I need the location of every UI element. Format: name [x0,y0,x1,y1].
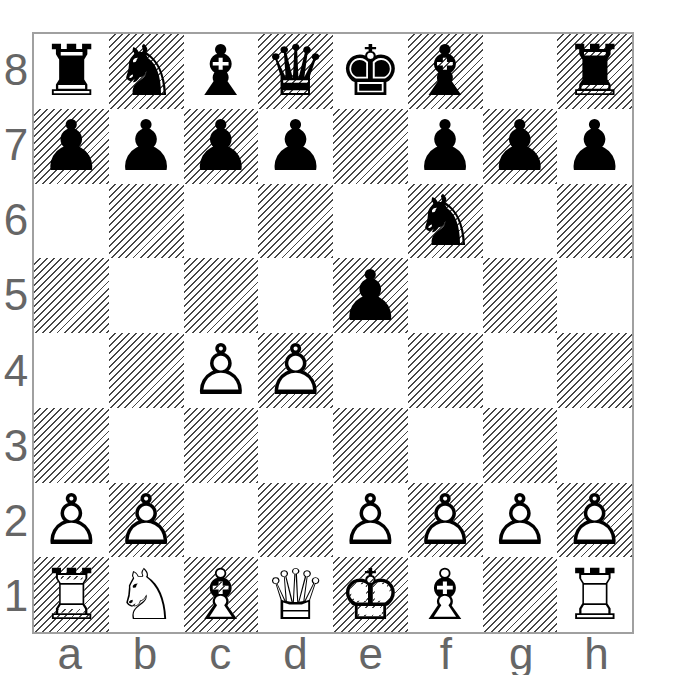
piece-white-pawn: ♙ [34,483,109,558]
piece-white-rook: ♖ [34,557,109,632]
square-a7[interactable]: ♟ [34,109,109,184]
square-f6[interactable]: ♞ [408,184,483,259]
square-b1[interactable]: ♞♘ [109,557,184,632]
file-labels: abcdefgh [32,632,634,675]
rank-label-1: 1 [0,559,32,634]
piece-white-pawn: ♙ [333,483,408,558]
square-b5[interactable] [109,258,184,333]
piece-white-pawn-fill: ♟ [109,483,184,558]
rank-labels: 87654321 [0,32,32,634]
square-f2[interactable]: ♟♙ [408,483,483,558]
piece-white-pawn: ♙ [109,483,184,558]
square-g7[interactable]: ♟ [483,109,558,184]
square-d6[interactable] [258,184,333,259]
piece-black-rook: ♜ [34,34,109,109]
square-c4[interactable]: ♟♙ [184,333,259,408]
piece-black-pawn: ♟ [483,109,558,184]
square-f5[interactable] [408,258,483,333]
piece-white-pawn: ♙ [557,483,632,558]
file-label-h: h [559,632,634,675]
square-c7[interactable]: ♟ [184,109,259,184]
piece-white-bishop-fill: ♝ [184,557,259,632]
square-a3[interactable] [34,408,109,483]
square-e3[interactable] [333,408,408,483]
square-g5[interactable] [483,258,558,333]
piece-white-knight: ♘ [109,557,184,632]
square-f4[interactable] [408,333,483,408]
file-label-a: a [32,632,107,675]
square-h7[interactable]: ♟ [557,109,632,184]
chess-diagram: 87654321 ♜♞♝♛♚♝♜♟♟♟♟♟♟♟♞♟♟♙♟♙♟♙♟♙♟♙♟♙♟♙♟… [0,0,673,675]
piece-white-pawn-fill: ♟ [557,483,632,558]
square-g6[interactable] [483,184,558,259]
piece-white-pawn-fill: ♟ [258,333,333,408]
piece-white-bishop: ♗ [408,557,483,632]
square-f1[interactable]: ♝♗ [408,557,483,632]
square-e5[interactable]: ♟ [333,258,408,333]
rank-label-7: 7 [0,107,32,182]
piece-black-knight: ♞ [408,184,483,259]
piece-white-pawn-fill: ♟ [483,483,558,558]
square-a2[interactable]: ♟♙ [34,483,109,558]
square-c8[interactable]: ♝ [184,34,259,109]
square-c5[interactable] [184,258,259,333]
piece-white-pawn: ♙ [483,483,558,558]
piece-white-rook-fill: ♜ [34,557,109,632]
piece-white-king-fill: ♚ [333,557,408,632]
piece-white-queen-fill: ♛ [258,557,333,632]
piece-white-pawn-fill: ♟ [34,483,109,558]
square-g8[interactable] [483,34,558,109]
piece-white-king: ♔ [333,557,408,632]
square-e2[interactable]: ♟♙ [333,483,408,558]
piece-white-pawn: ♙ [408,483,483,558]
piece-white-pawn-fill: ♟ [408,483,483,558]
square-a1[interactable]: ♜♖ [34,557,109,632]
file-label-c: c [183,632,258,675]
square-g2[interactable]: ♟♙ [483,483,558,558]
square-e7[interactable] [333,109,408,184]
square-f7[interactable]: ♟ [408,109,483,184]
square-b8[interactable]: ♞ [109,34,184,109]
square-d5[interactable] [258,258,333,333]
square-h5[interactable] [557,258,632,333]
piece-black-pawn: ♟ [333,258,408,333]
piece-black-king: ♚ [333,34,408,109]
piece-black-pawn: ♟ [408,109,483,184]
piece-black-pawn: ♟ [109,109,184,184]
square-a6[interactable] [34,184,109,259]
rank-label-8: 8 [0,32,32,107]
piece-white-pawn: ♙ [184,333,259,408]
piece-white-pawn-fill: ♟ [333,483,408,558]
piece-white-bishop-fill: ♝ [408,557,483,632]
square-e8[interactable]: ♚ [333,34,408,109]
square-g1[interactable] [483,557,558,632]
square-g3[interactable] [483,408,558,483]
square-a8[interactable]: ♜ [34,34,109,109]
piece-white-pawn-fill: ♟ [184,333,259,408]
piece-black-queen: ♛ [258,34,333,109]
square-f3[interactable] [408,408,483,483]
file-label-d: d [258,632,333,675]
square-h4[interactable] [557,333,632,408]
square-e4[interactable] [333,333,408,408]
square-d4[interactable]: ♟♙ [258,333,333,408]
square-e1[interactable]: ♚♔ [333,557,408,632]
square-d1[interactable]: ♛♕ [258,557,333,632]
file-label-g: g [484,632,559,675]
square-a4[interactable] [34,333,109,408]
square-c6[interactable] [184,184,259,259]
piece-white-rook-fill: ♜ [557,557,632,632]
rank-label-5: 5 [0,258,32,333]
piece-black-pawn: ♟ [557,109,632,184]
square-h3[interactable] [557,408,632,483]
square-h6[interactable] [557,184,632,259]
piece-black-bishop: ♝ [184,34,259,109]
square-b3[interactable] [109,408,184,483]
rank-label-2: 2 [0,484,32,559]
square-f8[interactable]: ♝ [408,34,483,109]
piece-black-pawn: ♟ [184,109,259,184]
square-h8[interactable]: ♜ [557,34,632,109]
square-c3[interactable] [184,408,259,483]
file-label-b: b [107,632,182,675]
file-label-e: e [333,632,408,675]
piece-white-queen: ♕ [258,557,333,632]
square-d7[interactable]: ♟ [258,109,333,184]
rank-label-6: 6 [0,183,32,258]
square-d8[interactable]: ♛ [258,34,333,109]
square-d3[interactable] [258,408,333,483]
chess-board: ♜♞♝♛♚♝♜♟♟♟♟♟♟♟♞♟♟♙♟♙♟♙♟♙♟♙♟♙♟♙♟♙♜♖♞♘♝♗♛♕… [32,32,634,634]
piece-white-knight-fill: ♞ [109,557,184,632]
piece-white-rook: ♖ [557,557,632,632]
square-d2[interactable] [258,483,333,558]
square-b7[interactable]: ♟ [109,109,184,184]
square-c1[interactable]: ♝♗ [184,557,259,632]
square-b2[interactable]: ♟♙ [109,483,184,558]
piece-black-pawn: ♟ [34,109,109,184]
square-h2[interactable]: ♟♙ [557,483,632,558]
square-h1[interactable]: ♜♖ [557,557,632,632]
rank-label-3: 3 [0,408,32,483]
square-b4[interactable] [109,333,184,408]
piece-black-bishop: ♝ [408,34,483,109]
piece-black-pawn: ♟ [258,109,333,184]
file-label-f: f [408,632,483,675]
square-e6[interactable] [333,184,408,259]
piece-black-rook: ♜ [557,34,632,109]
square-b6[interactable] [109,184,184,259]
square-a5[interactable] [34,258,109,333]
piece-black-knight: ♞ [109,34,184,109]
piece-white-pawn: ♙ [258,333,333,408]
square-g4[interactable] [483,333,558,408]
piece-white-bishop: ♗ [184,557,259,632]
rank-label-4: 4 [0,333,32,408]
square-c2[interactable] [184,483,259,558]
